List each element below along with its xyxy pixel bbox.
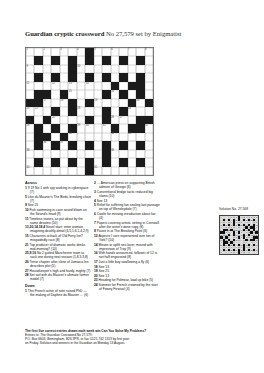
- grid-cell[interactable]: 39: [111, 150, 119, 158]
- grid-cell[interactable]: [94, 90, 102, 98]
- across-clue-27: 27 Housekeeper's high and hardy, mighty …: [25, 269, 91, 273]
- black-cell: [119, 141, 127, 149]
- cell-number: 19: [94, 99, 97, 102]
- down-clue-8: 8 Pause in at The Breaking Point (6): [94, 229, 160, 233]
- black-cell: [51, 73, 59, 81]
- grid-cell[interactable]: [119, 150, 127, 158]
- grid-cell[interactable]: [128, 116, 136, 124]
- grid-cell[interactable]: [26, 73, 34, 81]
- black-cell: [102, 116, 110, 124]
- cell-number: 5: [94, 48, 95, 51]
- grid-cell[interactable]: [111, 99, 119, 107]
- black-cell: [60, 90, 68, 98]
- black-cell: [102, 107, 110, 115]
- grid-cell[interactable]: 33: [68, 133, 76, 141]
- grid-cell[interactable]: 37: [60, 141, 68, 149]
- grid-cell[interactable]: 11: [26, 82, 34, 90]
- grid-cell[interactable]: 9: [26, 65, 34, 73]
- grid-cell[interactable]: [94, 56, 102, 64]
- grid-cell[interactable]: [128, 90, 136, 98]
- cell-number: 13: [69, 82, 72, 85]
- grid-cell[interactable]: [68, 48, 76, 56]
- grid-cell[interactable]: [26, 90, 34, 98]
- cell-number: 36: [43, 141, 46, 144]
- grid-cell[interactable]: [145, 141, 153, 149]
- cell-number: 37: [60, 141, 63, 144]
- cell-number: 22: [35, 107, 38, 110]
- grid-cell[interactable]: [51, 150, 59, 158]
- grid-cell[interactable]: [145, 167, 153, 175]
- grid-cell[interactable]: [119, 167, 127, 175]
- grid-cell[interactable]: [94, 150, 102, 158]
- grid-cell[interactable]: [94, 133, 102, 141]
- grid-cell[interactable]: 20: [136, 99, 144, 107]
- grid-cell[interactable]: [77, 150, 85, 158]
- grid-cell[interactable]: [145, 133, 153, 141]
- grid-cell[interactable]: [111, 65, 119, 73]
- down-clue-3: 3 Conventional bridge tactic reduced big…: [94, 190, 160, 198]
- black-cell: [68, 107, 76, 115]
- grid-cell[interactable]: [145, 73, 153, 81]
- grid-cell[interactable]: [128, 141, 136, 149]
- grid-cell[interactable]: 28: [26, 124, 34, 132]
- grid-cell[interactable]: [128, 73, 136, 81]
- grid-cell[interactable]: 29: [77, 124, 85, 132]
- grid-cell[interactable]: [94, 141, 102, 149]
- grid-cell[interactable]: [43, 150, 51, 158]
- grid-cell[interactable]: [60, 150, 68, 158]
- cell-number: 32: [145, 124, 148, 127]
- clue-number: 27: [25, 269, 29, 273]
- previous-solution-thumbnail: SAILORSWESTERNAAIEAOEAMOPEDDREAMLANDRENT…: [219, 215, 259, 255]
- grid-cell[interactable]: [145, 56, 153, 64]
- cell-number: 20: [137, 99, 140, 102]
- grid-cell[interactable]: [94, 82, 102, 90]
- newspaper-crossword-page: { "game": "cryptic crossword (The Guardi…: [0, 0, 264, 373]
- grid-cell[interactable]: [43, 158, 51, 166]
- grid-cell[interactable]: [68, 150, 76, 158]
- grid-cell[interactable]: [85, 133, 93, 141]
- black-cell: [85, 158, 93, 166]
- grid-cell[interactable]: [119, 48, 127, 56]
- black-cell: [128, 99, 136, 107]
- cell-number: 3: [60, 48, 61, 51]
- clue-column-left: Across1 9 19 No 1 with spy working in cy…: [25, 181, 91, 297]
- black-cell: [136, 56, 144, 64]
- grid-cell[interactable]: [60, 82, 68, 90]
- cell-number: 28: [27, 124, 30, 127]
- grid-cell[interactable]: 34: [111, 133, 119, 141]
- black-cell: [51, 141, 59, 149]
- grid-cell[interactable]: [136, 48, 144, 56]
- grid-cell[interactable]: [136, 150, 144, 158]
- clue-number: 5: [25, 194, 27, 198]
- grid-cell[interactable]: [60, 73, 68, 81]
- cell-number: 7: [128, 48, 129, 51]
- across-header: Across: [25, 181, 91, 185]
- grid-cell[interactable]: [68, 116, 76, 124]
- grid-cell[interactable]: [94, 107, 102, 115]
- down-clue-2: 2 … American press on supporting British…: [94, 181, 160, 189]
- grid-cell[interactable]: [102, 133, 110, 141]
- cell-number: 30: [86, 124, 89, 127]
- black-cell: [68, 73, 76, 81]
- cell-number: 27: [120, 116, 123, 119]
- grid-cell[interactable]: [85, 65, 93, 73]
- grid-cell[interactable]: [77, 90, 85, 98]
- grid-cell[interactable]: 40: [26, 167, 34, 175]
- black-cell: [85, 167, 93, 175]
- grid-cell[interactable]: [128, 158, 136, 166]
- grid-cell[interactable]: [119, 124, 127, 132]
- clue-number: 28: [25, 273, 29, 277]
- grid-cell[interactable]: [60, 124, 68, 132]
- page-title: Guardian cryptic crossword No 27,579 set…: [25, 30, 181, 37]
- black-cell: [34, 133, 42, 141]
- grid-cell[interactable]: [34, 150, 42, 158]
- across-clue-21: 21 Top producer of dramatic works drinks…: [25, 242, 91, 250]
- clue-number: 9: [25, 203, 27, 207]
- cell-number: 15: [69, 90, 72, 93]
- black-cell: [102, 56, 110, 64]
- grid-cell[interactable]: 27: [119, 116, 127, 124]
- grid-cell[interactable]: [51, 99, 59, 107]
- clue-number: 26: [25, 260, 29, 264]
- grid-cell[interactable]: [34, 48, 42, 56]
- clue-number: 10: [25, 208, 29, 212]
- grid-cell[interactable]: 2: [43, 48, 51, 56]
- grid-cell[interactable]: 7: [128, 48, 136, 56]
- grid-cell[interactable]: [102, 99, 110, 107]
- cell-number: 41: [94, 166, 97, 169]
- black-cell: [26, 99, 34, 107]
- clue-column-right: 2 … American press on supporting British…: [94, 181, 160, 292]
- grid-cell[interactable]: [60, 56, 68, 64]
- cell-number: 35: [128, 132, 131, 135]
- grid-cell[interactable]: [136, 65, 144, 73]
- cell-number: 2: [43, 48, 44, 51]
- black-cell: [34, 73, 42, 81]
- grid-cell[interactable]: [77, 158, 85, 166]
- black-cell: [34, 158, 42, 166]
- black-cell: [34, 124, 42, 132]
- grid-cell[interactable]: [128, 167, 136, 175]
- clue-number: 1: [25, 186, 27, 190]
- grid-cell[interactable]: [145, 150, 153, 158]
- entries-address-line3: on Friday. Solution and winners in the G…: [25, 341, 125, 345]
- grid-cell[interactable]: [111, 56, 119, 64]
- grid-cell[interactable]: 19: [94, 99, 102, 107]
- black-cell: [136, 124, 144, 132]
- grid-cell[interactable]: [94, 65, 102, 73]
- grid-cell[interactable]: 24: [128, 107, 136, 115]
- grid-cell[interactable]: [68, 167, 76, 175]
- grid-cell[interactable]: [119, 82, 127, 90]
- grid-cell[interactable]: 3: [60, 48, 68, 56]
- crossword-grid: 1234567891011121314151617181920212223242…: [25, 47, 154, 176]
- grid-cell[interactable]: [111, 107, 119, 115]
- grid-cell[interactable]: [136, 167, 144, 175]
- grid-cell[interactable]: 30: [85, 124, 93, 132]
- black-cell: [68, 56, 76, 64]
- grid-cell[interactable]: 36: [43, 141, 51, 149]
- grid-cell[interactable]: [26, 133, 34, 141]
- entries-address-line2: P.O. Box 6603, Birmingham, B26 3PR, or f…: [25, 337, 129, 341]
- grid-cell[interactable]: [77, 141, 85, 149]
- black-cell: [85, 48, 93, 56]
- clue-number: 25,9,16: [25, 251, 36, 255]
- grid-cell[interactable]: [43, 56, 51, 64]
- grid-cell[interactable]: 16: [111, 90, 119, 98]
- grid-cell[interactable]: [85, 150, 93, 158]
- grid-cell[interactable]: [77, 133, 85, 141]
- clue-number: 17: [94, 260, 98, 264]
- across-clue-1: 1 9 19 No 1 with spy working in cyberspa…: [25, 186, 91, 194]
- grid-cell[interactable]: [94, 73, 102, 81]
- grid-cell[interactable]: [119, 65, 127, 73]
- black-cell: [136, 82, 144, 90]
- grid-cell[interactable]: [145, 90, 153, 98]
- grid-cell[interactable]: 15: [68, 90, 76, 98]
- clue-number: 5: [94, 203, 96, 207]
- black-cell: [34, 99, 42, 107]
- across-clue-10: 10 Fish swimming in cave sound blown on …: [25, 208, 91, 216]
- clue-number: 1: [25, 288, 27, 292]
- grid-cell[interactable]: [94, 116, 102, 124]
- grid-cell[interactable]: 5: [94, 48, 102, 56]
- down-clue-19: 19 See 25: [94, 269, 160, 273]
- grid-cell[interactable]: 31: [102, 124, 110, 132]
- grid-cell[interactable]: [60, 107, 68, 115]
- grid-cell[interactable]: [60, 65, 68, 73]
- grid-cell[interactable]: [128, 65, 136, 73]
- clue-number: 8: [94, 229, 96, 233]
- across-clue-11: 11 Timeless stories, as put about by the…: [25, 216, 91, 224]
- black-cell: [68, 99, 76, 107]
- grid-cell[interactable]: [51, 65, 59, 73]
- down-clue-23: 23 Heading for Polmear, load up bike (5): [94, 278, 160, 282]
- grid-cell[interactable]: [43, 73, 51, 81]
- black-cell: [68, 158, 76, 166]
- cell-number: 26: [111, 116, 114, 119]
- cell-number: 39: [111, 149, 114, 152]
- grid-cell[interactable]: [51, 167, 59, 175]
- clue-number: 16: [94, 251, 98, 255]
- clue-number: 23: [94, 278, 98, 282]
- black-cell: [119, 107, 127, 115]
- grid-cell[interactable]: [34, 116, 42, 124]
- across-clue-26: 26 Terror chapter after close of Jamaica…: [25, 260, 91, 268]
- cell-number: 12: [52, 82, 55, 85]
- black-cell: [119, 158, 127, 166]
- grid-cell[interactable]: [128, 56, 136, 64]
- grid-cell[interactable]: [102, 65, 110, 73]
- grid-cell[interactable]: [34, 82, 42, 90]
- grid-cell[interactable]: [43, 65, 51, 73]
- clue-number: 7: [94, 220, 96, 224]
- black-cell: [102, 150, 110, 158]
- grid-cell[interactable]: [60, 167, 68, 175]
- down-clue-24: 24 Summer for French crowned by the star…: [94, 283, 160, 291]
- down-clue-5: 5 Relief for suffering fan sealing last …: [94, 203, 160, 211]
- grid-cell[interactable]: 38: [26, 150, 34, 158]
- cell-number: 34: [111, 132, 114, 135]
- entries-address-line1: Entries to: The Guardian Crossword No 27…: [25, 333, 92, 337]
- grid-cell[interactable]: [43, 82, 51, 90]
- black-cell: [119, 90, 127, 98]
- cell-number: 33: [69, 132, 72, 135]
- clue-number: 6: [94, 212, 96, 216]
- grid-cell[interactable]: 1: [26, 48, 34, 56]
- clue-number: 18: [94, 264, 98, 268]
- black-cell: [34, 56, 42, 64]
- grid-cell[interactable]: [145, 158, 153, 166]
- grid-cell[interactable]: [85, 107, 93, 115]
- black-cell: [85, 56, 93, 64]
- black-cell: [51, 107, 59, 115]
- solution-label: Solution No. 27,568: [219, 207, 248, 211]
- grid-cell[interactable]: [43, 124, 51, 132]
- grid-cell[interactable]: 22: [34, 107, 42, 115]
- grid-cell[interactable]: [119, 133, 127, 141]
- grid-cell[interactable]: [77, 56, 85, 64]
- grid-cell[interactable]: [119, 99, 127, 107]
- cell-number: 31: [103, 124, 106, 127]
- grid-cell[interactable]: [85, 90, 93, 98]
- grid-cell[interactable]: [60, 116, 68, 124]
- black-cell: [43, 116, 51, 124]
- grid-cell[interactable]: 4: [77, 48, 85, 56]
- grid-cell[interactable]: 23: [77, 107, 85, 115]
- black-cell: [51, 124, 59, 132]
- black-cell: [68, 65, 76, 73]
- entry-instructions-footer: The first five correct entries drawn eac…: [25, 329, 175, 345]
- black-cell: [102, 158, 110, 166]
- cell-number: 14: [86, 82, 89, 85]
- down-clue-20: 20 See 13: [94, 274, 160, 278]
- grid-cell[interactable]: 12: [51, 82, 59, 90]
- grid-cell[interactable]: [102, 167, 110, 175]
- cell-number: 16: [111, 90, 114, 93]
- black-cell: [136, 116, 144, 124]
- grid-cell[interactable]: [102, 48, 110, 56]
- clue-number: 24: [94, 283, 98, 287]
- down-clue-1: 1 This French writer of note ruined PhD …: [25, 288, 91, 296]
- cell-number: 17: [43, 99, 46, 102]
- black-cell: [85, 99, 93, 107]
- black-cell: [34, 90, 42, 98]
- grid-cell[interactable]: 25: [51, 116, 59, 124]
- grid-cell[interactable]: 17: [43, 99, 51, 107]
- grid-cell[interactable]: [145, 65, 153, 73]
- black-cell: [68, 141, 76, 149]
- grid-cell[interactable]: [111, 158, 119, 166]
- grid-cell[interactable]: [136, 107, 144, 115]
- grid-cell[interactable]: [26, 56, 34, 64]
- grid-cell[interactable]: [111, 73, 119, 81]
- grid-cell[interactable]: 21: [26, 107, 34, 115]
- grid-cell[interactable]: [43, 107, 51, 115]
- across-clue-13-20-14-18-4: 13,20,14,18,4 Novel start: enter woman, …: [25, 225, 91, 233]
- grid-cell[interactable]: [111, 167, 119, 175]
- grid-cell[interactable]: 6: [111, 48, 119, 56]
- grid-cell[interactable]: [77, 73, 85, 81]
- grid-cell[interactable]: [136, 133, 144, 141]
- grid-cell[interactable]: 41: [94, 167, 102, 175]
- clue-number: 2: [94, 181, 96, 185]
- cell-number: 11: [27, 82, 30, 85]
- black-cell: [85, 73, 93, 81]
- black-cell: [119, 56, 127, 64]
- cell-number: 6: [111, 48, 112, 51]
- clue-number: 12: [94, 234, 98, 238]
- grid-cell[interactable]: [128, 150, 136, 158]
- grid-cell[interactable]: 8: [145, 48, 153, 56]
- grid-cell[interactable]: [51, 48, 59, 56]
- grid-cell[interactable]: 26: [111, 116, 119, 124]
- clue-number: 15: [25, 234, 29, 238]
- down-header: Down: [25, 284, 91, 288]
- grid-cell[interactable]: [102, 82, 110, 90]
- puzzle-series-title: Guardian cryptic crossword: [25, 30, 104, 37]
- grid-cell[interactable]: [77, 82, 85, 90]
- grid-cell[interactable]: 18: [60, 99, 68, 107]
- across-clue-15: 15 Characters at back of Old Ferry Inn? …: [25, 234, 91, 242]
- cell-number: 4: [77, 48, 78, 51]
- grid-cell[interactable]: 14: [85, 82, 93, 90]
- grid-cell[interactable]: 10: [77, 65, 85, 73]
- black-cell: [136, 141, 144, 149]
- cell-number: 40: [27, 166, 30, 169]
- grid-cell[interactable]: [77, 167, 85, 175]
- down-clue-18: 18 See 13: [94, 264, 160, 268]
- black-cell: [128, 82, 136, 90]
- black-cell: [34, 141, 42, 149]
- black-cell: [136, 90, 144, 98]
- cell-number: 9: [27, 65, 28, 68]
- clue-number: 20: [94, 274, 98, 278]
- puzzle-number-and-setter: No 27,579 set by Enigmatist: [106, 30, 181, 37]
- down-clue-6: 6 Castle for missing introduction about …: [94, 212, 160, 220]
- cell-number: 38: [27, 149, 30, 152]
- grid-cell[interactable]: [145, 82, 153, 90]
- grid-cell[interactable]: [94, 124, 102, 132]
- grid-cell[interactable]: [145, 107, 153, 115]
- grid-cell[interactable]: [77, 99, 85, 107]
- cell-number: 10: [77, 65, 80, 68]
- cell-number: 29: [77, 124, 80, 127]
- grid-cell[interactable]: [51, 133, 59, 141]
- down-clue-7: 7 Papers covering artistic setting in Co…: [94, 220, 160, 228]
- clue-number: 21: [25, 242, 29, 246]
- clue-number: 4: [94, 198, 96, 202]
- across-clue-28: 28 Set sail with du Maurier's ultimate f…: [25, 273, 91, 281]
- grid-cell[interactable]: [34, 167, 42, 175]
- grid-cell[interactable]: [60, 158, 68, 166]
- grid-cell[interactable]: [34, 65, 42, 73]
- clue-number: 14: [94, 242, 98, 246]
- grid-cell[interactable]: 32: [145, 124, 153, 132]
- grid-cell[interactable]: [51, 90, 59, 98]
- grid-cell[interactable]: [43, 167, 51, 175]
- across-clue-9: 9 See 25: [25, 203, 91, 207]
- black-cell: [51, 56, 59, 64]
- down-clue-14: 14 Means to uplift sea lover, moved with…: [94, 242, 160, 250]
- grid-cell[interactable]: [77, 116, 85, 124]
- grid-cell[interactable]: 35: [128, 133, 136, 141]
- black-cell: [136, 73, 144, 81]
- black-cell: [145, 99, 153, 107]
